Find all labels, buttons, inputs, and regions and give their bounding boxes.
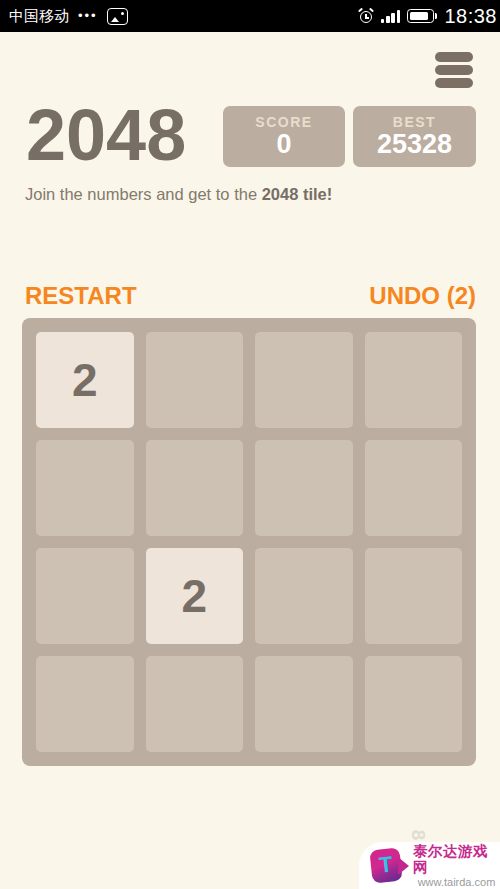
score-label: SCORE (255, 114, 312, 130)
screen: 中国移动 ••• 18:38 (0, 0, 500, 889)
alarm-icon (358, 8, 374, 24)
empty-cell (146, 332, 244, 428)
screenshot-icon (107, 8, 128, 25)
empty-cell (255, 332, 353, 428)
best-box: BEST 25328 (353, 106, 476, 167)
watermark-site-name: 泰尔达游戏网 (413, 843, 500, 876)
tile-2-r2c1: 2 (146, 548, 244, 644)
signal-icon (381, 9, 400, 23)
score-value: 0 (276, 130, 291, 159)
clock-time: 18:38 (444, 5, 497, 28)
tairda-logo-letter: T (374, 850, 399, 878)
undo-button[interactable]: UNDO (2) (369, 282, 476, 310)
status-bar-left: 中国移动 ••• (0, 7, 128, 26)
empty-cell (255, 656, 353, 752)
hamburger-menu-icon[interactable] (435, 52, 473, 88)
tairda-logo-icon: T (370, 845, 410, 887)
watermark-badge: T 泰尔达游戏网 www.tairda.com (359, 842, 500, 889)
tile-2-r0c0: 2 (36, 332, 134, 428)
empty-cell (36, 440, 134, 536)
subtitle: Join the numbers and get to the 2048 til… (25, 185, 332, 204)
subtitle-goal: 2048 tile! (262, 185, 333, 203)
best-label: BEST (393, 114, 436, 130)
screenshot-icon-dot (121, 12, 124, 15)
empty-cell (365, 332, 463, 428)
ghost-mark: 8 (407, 830, 429, 841)
empty-cell (365, 656, 463, 752)
battery-icon (407, 9, 437, 23)
screenshot-icon-mountain (111, 17, 119, 22)
restart-button[interactable]: RESTART (25, 282, 137, 310)
best-value: 25328 (377, 130, 452, 159)
empty-cell (146, 440, 244, 536)
status-bar: 中国移动 ••• 18:38 (0, 0, 500, 32)
status-bar-right: 18:38 (358, 5, 500, 28)
notification-dots: ••• (78, 8, 98, 23)
board-grid[interactable]: 22 (22, 318, 476, 766)
empty-cell (146, 656, 244, 752)
watermark-text: 泰尔达游戏网 www.tairda.com (413, 843, 500, 889)
empty-cell (365, 440, 463, 536)
page-title: 2048 (26, 100, 186, 170)
watermark-site-url: www.tairda.com (418, 876, 496, 889)
empty-cell (365, 548, 463, 644)
empty-cell (36, 548, 134, 644)
empty-cell (255, 548, 353, 644)
empty-cell (255, 440, 353, 536)
empty-cell (36, 656, 134, 752)
score-box: SCORE 0 (223, 106, 345, 167)
carrier-label: 中国移动 (9, 7, 69, 26)
